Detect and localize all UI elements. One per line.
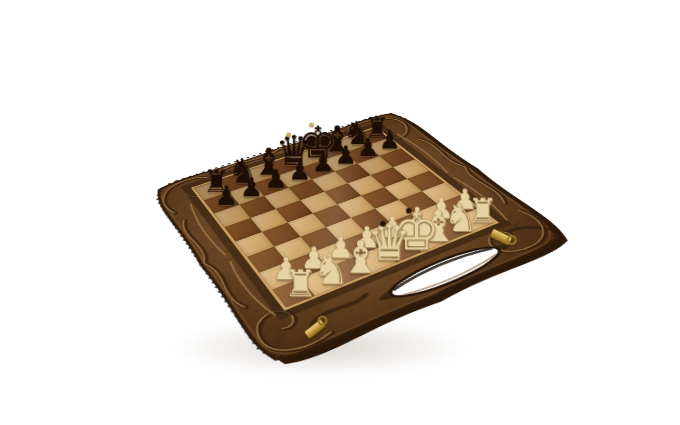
piece-black-pawn-b7[interactable]: ♟ [238,175,265,200]
piece-black-pawn-g7[interactable]: ♟ [355,136,381,159]
product-photo-scene: ♜♞♝♛♚♝♞♜♟♟♟♟♟♟♟♟♟♟♟♟♟♟♟♟♜♞♝♛♚♝♞♜ [0,0,680,425]
piece-black-pawn-c7[interactable]: ♟ [263,167,290,192]
finial-d1 [380,221,386,227]
piece-black-pawn-d7[interactable]: ♟ [287,159,313,183]
piece-black-pawn-a7[interactable]: ♟ [213,184,240,209]
piece-white-knight-b1[interactable]: ♞ [313,251,345,290]
piece-black-pawn-f7[interactable]: ♟ [333,144,359,168]
piece-white-rook-a1[interactable]: ♜ [284,266,316,301]
piece-black-pawn-h7[interactable]: ♟ [377,129,402,152]
piece-black-pawn-e7[interactable]: ♟ [310,151,336,175]
finial-d8 [286,133,291,138]
